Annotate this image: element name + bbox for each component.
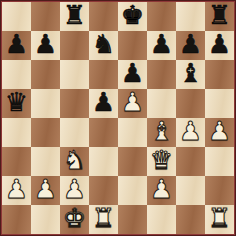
square-b3[interactable] (31, 147, 60, 176)
square-e7[interactable] (118, 31, 147, 60)
square-b8[interactable] (31, 2, 60, 31)
piece-black-king[interactable]: ♚ (121, 2, 144, 30)
square-a3[interactable] (2, 147, 31, 176)
piece-white-pawn[interactable]: ♟ (208, 118, 231, 146)
square-a2[interactable]: ♟ (2, 176, 31, 205)
piece-white-pawn[interactable]: ♟ (63, 176, 86, 204)
piece-black-pawn[interactable]: ♟ (208, 31, 231, 59)
square-d6[interactable] (89, 60, 118, 89)
piece-white-queen[interactable]: ♛ (150, 147, 173, 175)
square-f8[interactable] (147, 2, 176, 31)
piece-black-pawn[interactable]: ♟ (92, 89, 115, 117)
square-a5[interactable]: ♛ (2, 89, 31, 118)
square-h7[interactable]: ♟ (205, 31, 234, 60)
square-e3[interactable] (118, 147, 147, 176)
square-g6[interactable]: ♝ (176, 60, 205, 89)
square-h2[interactable] (205, 176, 234, 205)
square-h6[interactable] (205, 60, 234, 89)
square-h1[interactable]: ♜ (205, 205, 234, 234)
square-g5[interactable] (176, 89, 205, 118)
square-c2[interactable]: ♟ (60, 176, 89, 205)
square-c6[interactable] (60, 60, 89, 89)
square-b7[interactable]: ♟ (31, 31, 60, 60)
square-d1[interactable]: ♜ (89, 205, 118, 234)
square-h8[interactable]: ♜ (205, 2, 234, 31)
square-c4[interactable] (60, 118, 89, 147)
square-h5[interactable] (205, 89, 234, 118)
square-e5[interactable]: ♟ (118, 89, 147, 118)
piece-white-pawn[interactable]: ♟ (121, 89, 144, 117)
piece-black-pawn[interactable]: ♟ (121, 60, 144, 88)
square-a7[interactable]: ♟ (2, 31, 31, 60)
square-f6[interactable] (147, 60, 176, 89)
square-a6[interactable] (2, 60, 31, 89)
square-g3[interactable] (176, 147, 205, 176)
square-g7[interactable]: ♟ (176, 31, 205, 60)
square-a8[interactable] (2, 2, 31, 31)
square-c8[interactable]: ♜ (60, 2, 89, 31)
square-e4[interactable] (118, 118, 147, 147)
square-a1[interactable] (2, 205, 31, 234)
piece-black-pawn[interactable]: ♟ (150, 31, 173, 59)
piece-white-knight[interactable]: ♞ (63, 147, 86, 175)
square-c3[interactable]: ♞ (60, 147, 89, 176)
square-e6[interactable]: ♟ (118, 60, 147, 89)
piece-white-pawn[interactable]: ♟ (150, 176, 173, 204)
square-d2[interactable] (89, 176, 118, 205)
piece-white-pawn[interactable]: ♟ (34, 176, 57, 204)
square-e8[interactable]: ♚ (118, 2, 147, 31)
piece-white-bishop[interactable]: ♝ (150, 118, 173, 146)
piece-black-pawn[interactable]: ♟ (179, 31, 202, 59)
piece-black-rook[interactable]: ♜ (63, 2, 86, 30)
square-f2[interactable]: ♟ (147, 176, 176, 205)
square-b2[interactable]: ♟ (31, 176, 60, 205)
square-f3[interactable]: ♛ (147, 147, 176, 176)
square-d3[interactable] (89, 147, 118, 176)
piece-white-king[interactable]: ♚ (63, 205, 86, 233)
piece-black-rook[interactable]: ♜ (208, 2, 231, 30)
square-e2[interactable] (118, 176, 147, 205)
square-f1[interactable] (147, 205, 176, 234)
square-g4[interactable]: ♟ (176, 118, 205, 147)
square-f5[interactable] (147, 89, 176, 118)
chess-board-frame: ♜♚♜♟♟♞♟♟♟♟♝♛♟♟♝♟♟♞♛♟♟♟♟♚♜♜ (0, 0, 236, 236)
square-b5[interactable] (31, 89, 60, 118)
square-g8[interactable] (176, 2, 205, 31)
square-d4[interactable] (89, 118, 118, 147)
square-e1[interactable] (118, 205, 147, 234)
square-h3[interactable] (205, 147, 234, 176)
square-d5[interactable]: ♟ (89, 89, 118, 118)
square-c1[interactable]: ♚ (60, 205, 89, 234)
square-d8[interactable] (89, 2, 118, 31)
piece-black-queen[interactable]: ♛ (5, 89, 28, 117)
square-g1[interactable] (176, 205, 205, 234)
piece-black-pawn[interactable]: ♟ (5, 31, 28, 59)
square-b1[interactable] (31, 205, 60, 234)
piece-white-rook[interactable]: ♜ (92, 205, 115, 233)
square-f7[interactable]: ♟ (147, 31, 176, 60)
square-d7[interactable]: ♞ (89, 31, 118, 60)
square-g2[interactable] (176, 176, 205, 205)
piece-black-pawn[interactable]: ♟ (34, 31, 57, 59)
piece-white-pawn[interactable]: ♟ (5, 176, 28, 204)
piece-white-pawn[interactable]: ♟ (179, 118, 202, 146)
square-a4[interactable] (2, 118, 31, 147)
square-f4[interactable]: ♝ (147, 118, 176, 147)
square-b6[interactable] (31, 60, 60, 89)
square-c5[interactable] (60, 89, 89, 118)
chess-board: ♜♚♜♟♟♞♟♟♟♟♝♛♟♟♝♟♟♞♛♟♟♟♟♚♜♜ (2, 2, 234, 234)
square-b4[interactable] (31, 118, 60, 147)
piece-black-knight[interactable]: ♞ (92, 31, 115, 59)
square-c7[interactable] (60, 31, 89, 60)
piece-black-bishop[interactable]: ♝ (179, 60, 202, 88)
piece-white-rook[interactable]: ♜ (208, 205, 231, 233)
square-h4[interactable]: ♟ (205, 118, 234, 147)
